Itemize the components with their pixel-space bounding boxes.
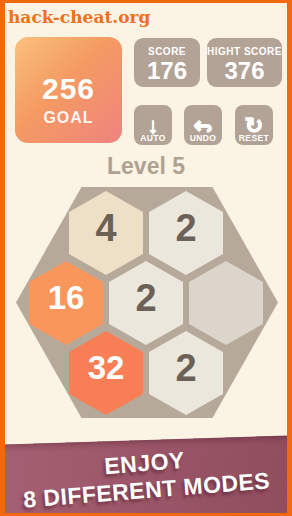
score-box: SCORE 176: [134, 38, 200, 87]
reset-button[interactable]: ↻ RESET: [235, 105, 273, 145]
hex-cell-mid-left-16: 16: [29, 261, 103, 345]
auto-button-label: AUTO: [134, 133, 172, 143]
promo-banner: ENJOY 8 DIFFERENT MODES: [5, 435, 287, 513]
hex-cell-top-right-2: 2: [149, 191, 223, 275]
undo-button[interactable]: ↩ UNDO: [184, 105, 222, 145]
hex-cell-bottom-left-32: 32: [69, 331, 143, 415]
promo-text: ENJOY 8 DIFFERENT MODES: [5, 428, 287, 513]
level-heading: Level 5: [5, 153, 287, 180]
app-content: hack-cheat.org 256 GOAL SCORE 176 HIGHT …: [5, 3, 287, 513]
app-frame: hack-cheat.org 256 GOAL SCORE 176 HIGHT …: [0, 0, 292, 516]
score-value: 176: [134, 58, 200, 83]
goal-tile: 256 GOAL: [15, 37, 122, 143]
high-score-value: 376: [207, 58, 282, 83]
undo-button-label: UNDO: [184, 133, 222, 143]
hex-cell-center-2: 2: [109, 261, 183, 345]
hex-cell-bottom-right-2: 2: [149, 331, 223, 415]
auto-button[interactable]: ↓ AUTO: [134, 105, 172, 145]
hex-board[interactable]: 4 2 16 2 32 2: [16, 187, 278, 418]
reset-button-label: RESET: [235, 133, 273, 143]
hex-cell-top-left-4: 4: [69, 191, 143, 275]
goal-value: 256: [42, 73, 95, 105]
hex-cell-mid-right-empty: [189, 261, 263, 345]
high-score-box: HIGHT SCORE 376: [207, 38, 282, 87]
goal-label: GOAL: [43, 109, 93, 127]
site-link[interactable]: hack-cheat.org: [8, 7, 150, 27]
